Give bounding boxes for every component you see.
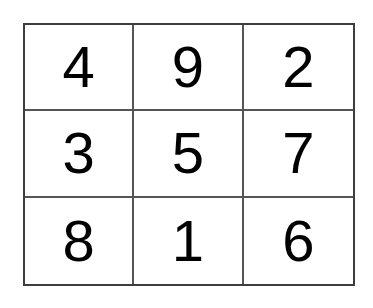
cell-r0c2: 2 bbox=[244, 25, 353, 111]
cell-r2c1: 1 bbox=[134, 198, 243, 284]
cell-r1c0: 3 bbox=[25, 111, 134, 197]
cell-r2c0: 8 bbox=[25, 198, 134, 284]
magic-square-board: 4 9 2 3 5 7 8 1 6 bbox=[23, 23, 355, 286]
cell-r0c0: 4 bbox=[25, 25, 134, 111]
cell-r2c2: 6 bbox=[244, 198, 353, 284]
cell-r1c2: 7 bbox=[244, 111, 353, 197]
cell-r0c1: 9 bbox=[134, 25, 243, 111]
cell-r1c1: 5 bbox=[134, 111, 243, 197]
